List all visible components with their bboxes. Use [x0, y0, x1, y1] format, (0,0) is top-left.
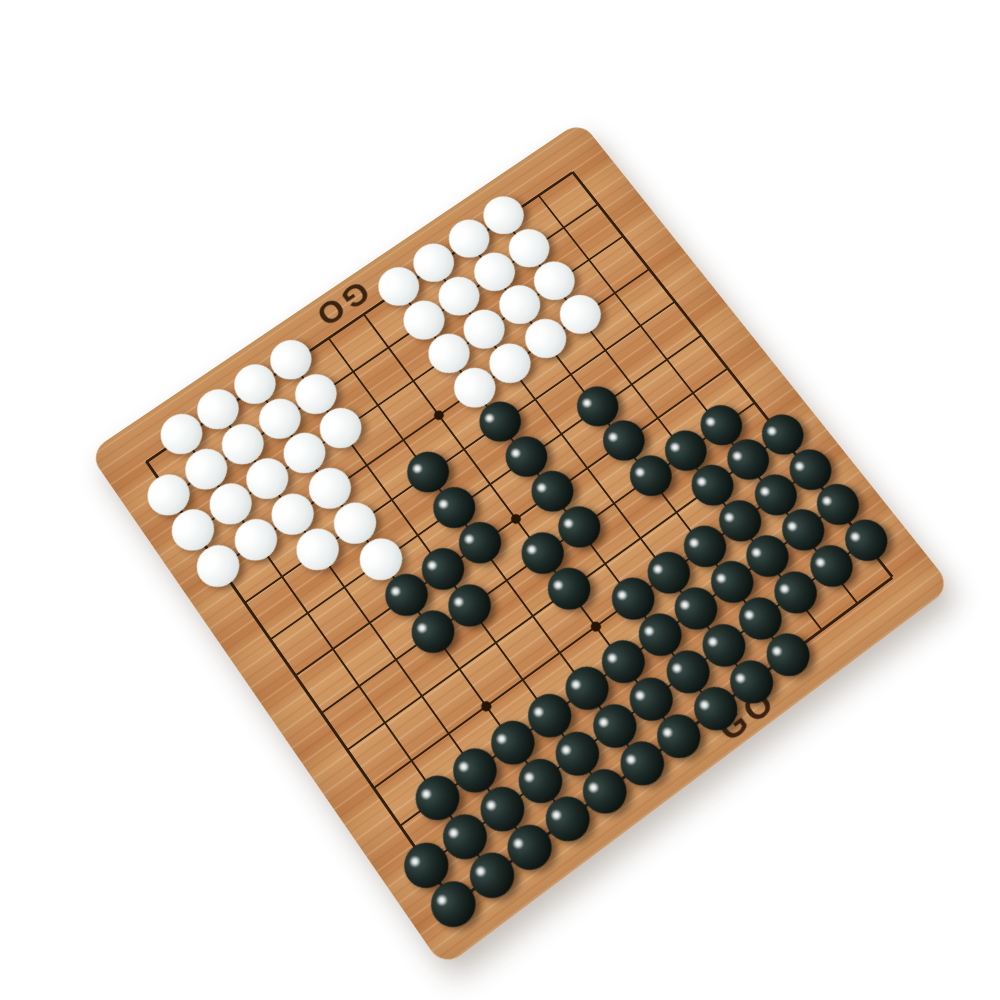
go-board[interactable]: GO GO	[88, 121, 951, 968]
product-photo-scene: GO GO	[0, 0, 1000, 1000]
star-point	[509, 512, 523, 526]
go-board-wrap: GO GO	[88, 121, 951, 968]
